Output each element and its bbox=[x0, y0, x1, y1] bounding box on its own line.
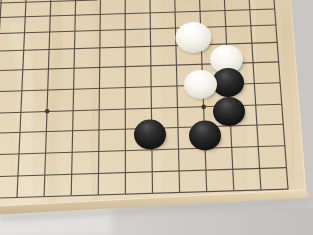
stone-black-L5[interactable] bbox=[213, 97, 245, 126]
board-surface-detail bbox=[0, 0, 313, 210]
board-scene bbox=[0, 0, 313, 235]
star-point-D5 bbox=[45, 109, 50, 114]
stone-highlight bbox=[184, 27, 198, 34]
go-board-photo bbox=[0, 0, 313, 235]
stone-white-K8[interactable] bbox=[176, 22, 212, 53]
stone-black-K4[interactable] bbox=[189, 121, 221, 151]
stone-black-H4[interactable] bbox=[134, 120, 166, 150]
stone-white-K6[interactable] bbox=[184, 70, 217, 99]
stone-highlight bbox=[191, 75, 204, 81]
star-point-K5 bbox=[201, 105, 206, 110]
stone-highlight bbox=[217, 50, 230, 56]
